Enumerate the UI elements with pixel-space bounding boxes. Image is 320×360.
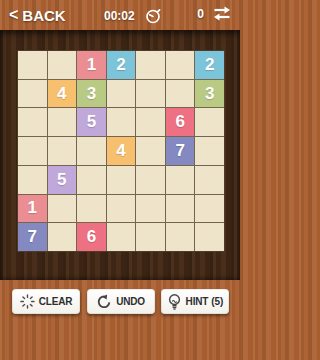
cell-empty[interactable] — [18, 80, 47, 108]
back-label: BACK — [22, 7, 65, 24]
hint-button-label: HINT — [186, 296, 209, 307]
cell-number-7[interactable]: 7 — [18, 223, 47, 251]
cell-number-7[interactable]: 7 — [166, 137, 195, 165]
cell-number-6[interactable]: 6 — [166, 108, 195, 136]
restart-timer-icon[interactable] — [144, 6, 163, 25]
cell-empty[interactable] — [195, 137, 224, 165]
cell-empty[interactable] — [48, 108, 77, 136]
cell-empty[interactable] — [195, 223, 224, 251]
cell-empty[interactable] — [48, 51, 77, 79]
cell-empty[interactable] — [136, 137, 165, 165]
cell-empty[interactable] — [48, 195, 77, 223]
clear-burst-icon — [20, 294, 35, 309]
cell-empty[interactable] — [166, 223, 195, 251]
cell-empty[interactable] — [136, 195, 165, 223]
cell-empty[interactable] — [18, 166, 47, 194]
cell-empty[interactable] — [107, 195, 136, 223]
moves-group: 0 — [197, 6, 231, 21]
hint-button[interactable]: HINT (5) — [161, 289, 229, 314]
board-grid: 12243356475176 — [17, 50, 225, 252]
swap-icon[interactable] — [213, 6, 231, 21]
toolbar: CLEAR UNDO HINT (5) — [0, 280, 240, 360]
cell-empty[interactable] — [107, 166, 136, 194]
timer-value: 00:02 — [104, 9, 135, 23]
moves-count: 0 — [197, 7, 204, 21]
cell-number-4[interactable]: 4 — [107, 137, 136, 165]
undo-button[interactable]: UNDO — [87, 289, 155, 314]
undo-button-label: UNDO — [116, 296, 145, 307]
cell-empty[interactable] — [136, 51, 165, 79]
cell-empty[interactable] — [195, 195, 224, 223]
board-area: 12243356475176 — [0, 30, 240, 280]
cell-number-2[interactable]: 2 — [195, 51, 224, 79]
cell-number-1[interactable]: 1 — [77, 51, 106, 79]
cell-number-3[interactable]: 3 — [195, 80, 224, 108]
cell-number-4[interactable]: 4 — [48, 80, 77, 108]
cell-empty[interactable] — [77, 166, 106, 194]
clear-button-label: CLEAR — [39, 296, 72, 307]
cell-number-5[interactable]: 5 — [48, 166, 77, 194]
cell-empty[interactable] — [136, 108, 165, 136]
top-bar: < BACK 00:02 0 — [0, 0, 240, 30]
cell-empty[interactable] — [48, 137, 77, 165]
cell-empty[interactable] — [166, 166, 195, 194]
numberlink-app: { "game": "numberlink", "board": { "rows… — [0, 0, 240, 360]
cell-empty[interactable] — [136, 223, 165, 251]
back-button[interactable]: < BACK — [9, 6, 66, 24]
cell-number-5[interactable]: 5 — [77, 108, 106, 136]
cell-empty[interactable] — [77, 195, 106, 223]
back-chevron-icon: < — [9, 6, 18, 24]
cell-empty[interactable] — [136, 166, 165, 194]
cell-number-6[interactable]: 6 — [77, 223, 106, 251]
cell-empty[interactable] — [107, 108, 136, 136]
cell-empty[interactable] — [18, 137, 47, 165]
undo-arrow-icon — [96, 294, 112, 310]
cell-empty[interactable] — [166, 51, 195, 79]
clear-button[interactable]: CLEAR — [12, 289, 80, 314]
cell-empty[interactable] — [77, 137, 106, 165]
cell-empty[interactable] — [195, 166, 224, 194]
timer-group: 00:02 — [104, 6, 163, 25]
cell-empty[interactable] — [107, 80, 136, 108]
cell-empty[interactable] — [18, 51, 47, 79]
cell-empty[interactable] — [18, 108, 47, 136]
cell-empty[interactable] — [166, 80, 195, 108]
cell-number-3[interactable]: 3 — [77, 80, 106, 108]
cell-empty[interactable] — [136, 80, 165, 108]
cell-empty[interactable] — [166, 195, 195, 223]
cell-empty[interactable] — [48, 223, 77, 251]
hint-lightbulb-icon — [167, 293, 182, 310]
cell-empty[interactable] — [107, 223, 136, 251]
cell-number-2[interactable]: 2 — [107, 51, 136, 79]
hint-count: (5) — [211, 296, 223, 307]
cell-number-1[interactable]: 1 — [18, 195, 47, 223]
cell-empty[interactable] — [195, 108, 224, 136]
